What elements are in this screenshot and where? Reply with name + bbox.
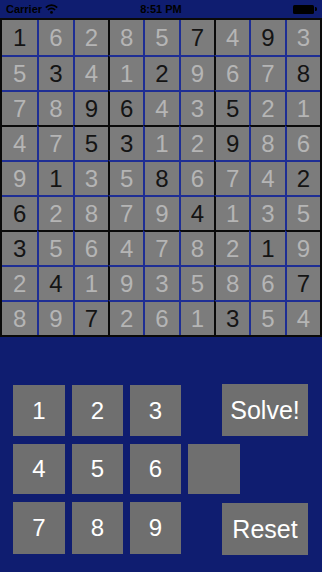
cell-r3c6[interactable]: 3 [179, 90, 214, 125]
digit-8-button[interactable]: 8 [72, 502, 123, 554]
cell-r8c9[interactable]: 7 [285, 265, 320, 300]
cell-r7c7[interactable]: 2 [214, 230, 249, 265]
cell-r6c6[interactable]: 4 [179, 195, 214, 230]
cell-r9c9[interactable]: 4 [285, 300, 320, 335]
cell-r1c5[interactable]: 5 [143, 20, 178, 55]
cell-r1c7[interactable]: 4 [214, 20, 249, 55]
cell-r2c1[interactable]: 5 [2, 55, 37, 90]
cell-r8c7[interactable]: 8 [214, 265, 249, 300]
cell-r7c9[interactable]: 9 [285, 230, 320, 265]
cell-r8c3[interactable]: 1 [73, 265, 108, 300]
status-bar: Carrier 8:51 PM [0, 0, 322, 18]
cell-r4c3[interactable]: 5 [73, 125, 108, 160]
digit-3-button[interactable]: 3 [130, 385, 181, 436]
cell-r9c3[interactable]: 7 [73, 300, 108, 335]
cell-r7c3[interactable]: 6 [73, 230, 108, 265]
cell-r3c5[interactable]: 4 [143, 90, 178, 125]
cell-r9c8[interactable]: 5 [249, 300, 284, 335]
cell-r5c1[interactable]: 9 [2, 160, 37, 195]
cell-r9c6[interactable]: 1 [179, 300, 214, 335]
cell-r3c2[interactable]: 8 [37, 90, 72, 125]
digit-9-button[interactable]: 9 [130, 502, 181, 554]
cell-r5c6[interactable]: 6 [179, 160, 214, 195]
cell-r9c7[interactable]: 3 [214, 300, 249, 335]
cell-r5c9[interactable]: 2 [285, 160, 320, 195]
digit-5-button[interactable]: 5 [72, 444, 123, 494]
cell-r1c1[interactable]: 1 [2, 20, 37, 55]
cell-r9c2[interactable]: 9 [37, 300, 72, 335]
cell-r8c1[interactable]: 2 [2, 265, 37, 300]
cell-r6c7[interactable]: 1 [214, 195, 249, 230]
cell-r2c5[interactable]: 2 [143, 55, 178, 90]
cell-r3c9[interactable]: 1 [285, 90, 320, 125]
cell-r9c1[interactable]: 8 [2, 300, 37, 335]
cell-r4c4[interactable]: 3 [108, 125, 143, 160]
cell-r4c7[interactable]: 9 [214, 125, 249, 160]
cell-r6c3[interactable]: 8 [73, 195, 108, 230]
digit-4-button[interactable]: 4 [13, 444, 65, 494]
cell-r2c9[interactable]: 8 [285, 55, 320, 90]
cell-r8c5[interactable]: 3 [143, 265, 178, 300]
cell-r7c4[interactable]: 4 [108, 230, 143, 265]
cell-r6c5[interactable]: 9 [143, 195, 178, 230]
app-screen: Carrier 8:51 PM 162857493534129678789643… [0, 0, 322, 572]
cell-r3c7[interactable]: 5 [214, 90, 249, 125]
blank-key-button[interactable] [188, 444, 240, 494]
cell-r7c6[interactable]: 8 [179, 230, 214, 265]
cell-r4c8[interactable]: 8 [249, 125, 284, 160]
cell-r4c2[interactable]: 7 [37, 125, 72, 160]
cell-r1c8[interactable]: 9 [249, 20, 284, 55]
cell-r2c4[interactable]: 1 [108, 55, 143, 90]
digit-2-button[interactable]: 2 [72, 385, 123, 436]
cell-r5c3[interactable]: 3 [73, 160, 108, 195]
cell-r3c8[interactable]: 2 [249, 90, 284, 125]
cell-r8c2[interactable]: 4 [37, 265, 72, 300]
cell-r2c8[interactable]: 7 [249, 55, 284, 90]
cell-r6c2[interactable]: 2 [37, 195, 72, 230]
cell-r7c2[interactable]: 5 [37, 230, 72, 265]
cell-r4c1[interactable]: 4 [2, 125, 37, 160]
cell-r1c4[interactable]: 8 [108, 20, 143, 55]
cell-r4c5[interactable]: 1 [143, 125, 178, 160]
cell-r3c1[interactable]: 7 [2, 90, 37, 125]
cell-r2c2[interactable]: 3 [37, 55, 72, 90]
cell-r3c3[interactable]: 9 [73, 90, 108, 125]
cell-r7c8[interactable]: 1 [249, 230, 284, 265]
solve-button[interactable]: Solve! [222, 384, 308, 436]
digit-1-button[interactable]: 1 [13, 385, 65, 436]
digit-7-button[interactable]: 7 [13, 502, 65, 554]
cell-r9c5[interactable]: 6 [143, 300, 178, 335]
cell-r7c5[interactable]: 7 [143, 230, 178, 265]
cell-r5c2[interactable]: 1 [37, 160, 72, 195]
cell-r7c1[interactable]: 3 [2, 230, 37, 265]
reset-button[interactable]: Reset [222, 503, 308, 555]
cell-r9c4[interactable]: 2 [108, 300, 143, 335]
cell-r1c9[interactable]: 3 [285, 20, 320, 55]
cell-r6c4[interactable]: 7 [108, 195, 143, 230]
cell-r3c4[interactable]: 6 [108, 90, 143, 125]
cell-r1c6[interactable]: 7 [179, 20, 214, 55]
cell-r8c6[interactable]: 5 [179, 265, 214, 300]
cell-r5c7[interactable]: 7 [214, 160, 249, 195]
cell-r5c5[interactable]: 8 [143, 160, 178, 195]
cell-r2c3[interactable]: 4 [73, 55, 108, 90]
status-time: 8:51 PM [0, 0, 322, 18]
cell-r5c8[interactable]: 4 [249, 160, 284, 195]
cell-r6c9[interactable]: 5 [285, 195, 320, 230]
cell-r1c3[interactable]: 2 [73, 20, 108, 55]
cell-r6c8[interactable]: 3 [249, 195, 284, 230]
cell-r5c4[interactable]: 5 [108, 160, 143, 195]
sudoku-board: 1628574935341296787896435214753129869135… [0, 18, 322, 337]
digit-6-button[interactable]: 6 [130, 444, 181, 494]
cell-r6c1[interactable]: 6 [2, 195, 37, 230]
cell-r2c6[interactable]: 9 [179, 55, 214, 90]
cell-r8c8[interactable]: 6 [249, 265, 284, 300]
cell-r1c2[interactable]: 6 [37, 20, 72, 55]
cell-r8c4[interactable]: 9 [108, 265, 143, 300]
cell-r2c7[interactable]: 6 [214, 55, 249, 90]
battery-icon [293, 5, 314, 14]
cell-r4c9[interactable]: 6 [285, 125, 320, 160]
cell-r4c6[interactable]: 2 [179, 125, 214, 160]
